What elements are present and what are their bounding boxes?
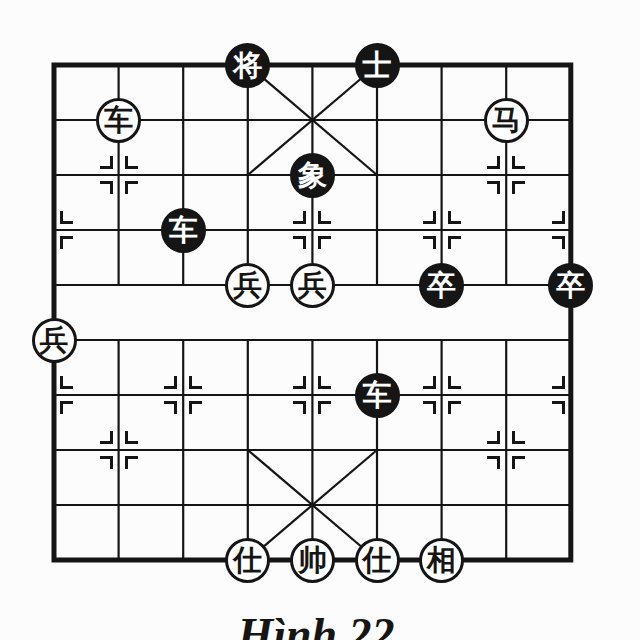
- point-marker: [423, 401, 436, 414]
- piece-black-general: 将: [225, 43, 270, 88]
- point-marker: [293, 401, 306, 414]
- point-marker: [100, 456, 113, 469]
- point-marker: [60, 236, 73, 249]
- point-marker: [423, 211, 436, 224]
- point-marker: [552, 211, 565, 224]
- piece-black-pawn: 卒: [419, 263, 464, 308]
- point-marker: [552, 236, 565, 249]
- point-marker: [189, 401, 202, 414]
- piece-red-elephant: 相: [419, 538, 464, 583]
- point-marker: [125, 156, 138, 169]
- point-marker: [487, 431, 500, 444]
- point-marker: [552, 376, 565, 389]
- point-marker: [189, 376, 202, 389]
- point-marker: [512, 156, 525, 169]
- point-marker: [293, 211, 306, 224]
- point-marker: [423, 376, 436, 389]
- point-marker: [164, 401, 177, 414]
- figure-caption: Hình 22: [237, 612, 394, 640]
- point-marker: [512, 181, 525, 194]
- point-marker: [100, 431, 113, 444]
- point-marker: [318, 376, 331, 389]
- point-marker: [60, 401, 73, 414]
- point-marker: [293, 236, 306, 249]
- piece-black-elephant: 象: [290, 153, 335, 198]
- piece-red-pawn: 兵: [225, 263, 270, 308]
- point-marker: [318, 211, 331, 224]
- point-marker: [318, 236, 331, 249]
- piece-black-chariot: 车: [355, 373, 400, 418]
- point-marker: [125, 181, 138, 194]
- piece-red-horse: 马: [484, 98, 529, 143]
- point-marker: [100, 156, 113, 169]
- point-marker: [318, 401, 331, 414]
- piece-black-chariot: 车: [161, 208, 206, 253]
- piece-red-advisor: 仕: [355, 538, 400, 583]
- point-marker: [164, 376, 177, 389]
- point-marker: [512, 456, 525, 469]
- point-marker: [487, 456, 500, 469]
- point-marker: [125, 431, 138, 444]
- point-marker: [487, 181, 500, 194]
- piece-black-pawn: 卒: [548, 263, 593, 308]
- point-marker: [448, 376, 461, 389]
- piece-red-pawn: 兵: [290, 263, 335, 308]
- piece-red-chariot: 车: [96, 98, 141, 143]
- piece-red-pawn: 兵: [32, 318, 77, 363]
- point-marker: [448, 401, 461, 414]
- point-marker: [552, 401, 565, 414]
- figure-page: 将士车马象车兵兵卒卒兵车仕帅仕相 Hình 22: [0, 0, 640, 640]
- point-marker: [487, 156, 500, 169]
- piece-red-advisor: 仕: [225, 538, 270, 583]
- piece-red-general: 帅: [290, 538, 335, 583]
- point-marker: [448, 211, 461, 224]
- point-marker: [423, 236, 436, 249]
- xiangqi-board: 将士车马象车兵兵卒卒兵车仕帅仕相: [0, 0, 640, 640]
- piece-black-advisor: 士: [355, 43, 400, 88]
- point-marker: [100, 181, 113, 194]
- point-marker: [125, 456, 138, 469]
- point-marker: [293, 376, 306, 389]
- point-marker: [512, 431, 525, 444]
- point-marker: [60, 211, 73, 224]
- point-marker: [60, 376, 73, 389]
- point-marker: [448, 236, 461, 249]
